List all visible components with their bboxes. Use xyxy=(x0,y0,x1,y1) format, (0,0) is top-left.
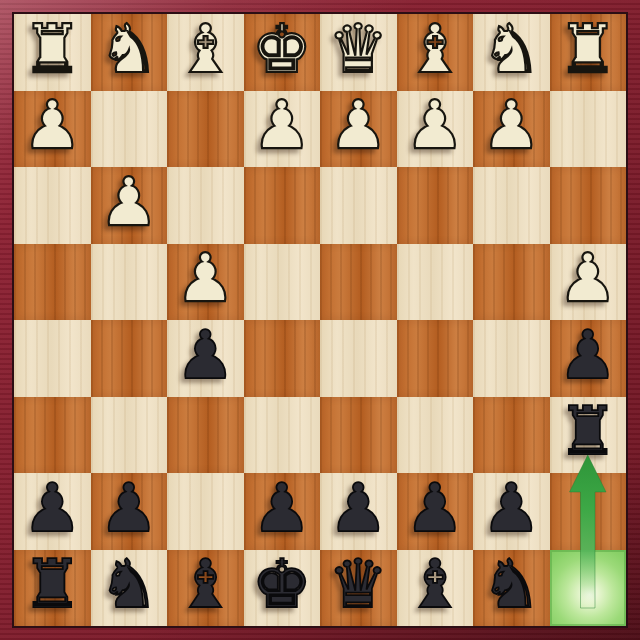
square-b2[interactable]: ♟ xyxy=(473,91,550,168)
square-d8[interactable]: ♛ xyxy=(320,550,397,627)
square-h1[interactable]: ♜ xyxy=(14,14,91,91)
square-a4[interactable]: ♟ xyxy=(550,244,627,321)
piece-white-pawn[interactable]: ♟ xyxy=(99,169,159,236)
piece-white-bishop[interactable]: ♝ xyxy=(175,16,235,83)
piece-white-knight[interactable]: ♞ xyxy=(481,16,541,83)
chess-board: ♜♞♝♚♛♝♞♜♟♟♟♟♟♟♟♟♟♟♜♟♟♟♟♟♟♜♞♝♚♛♝♞ xyxy=(14,14,626,626)
square-d4[interactable] xyxy=(320,244,397,321)
square-b6[interactable] xyxy=(473,397,550,474)
square-b7[interactable]: ♟ xyxy=(473,473,550,550)
square-c6[interactable] xyxy=(397,397,474,474)
square-b4[interactable] xyxy=(473,244,550,321)
square-h4[interactable] xyxy=(14,244,91,321)
piece-white-pawn[interactable]: ♟ xyxy=(481,92,541,159)
square-e1[interactable]: ♚ xyxy=(244,14,321,91)
square-d1[interactable]: ♛ xyxy=(320,14,397,91)
piece-black-pawn[interactable]: ♟ xyxy=(481,475,541,542)
piece-white-bishop[interactable]: ♝ xyxy=(405,16,465,83)
piece-black-rook[interactable]: ♜ xyxy=(558,398,618,465)
square-b5[interactable] xyxy=(473,320,550,397)
square-f5[interactable]: ♟ xyxy=(167,320,244,397)
square-h7[interactable]: ♟ xyxy=(14,473,91,550)
square-e4[interactable] xyxy=(244,244,321,321)
square-g6[interactable] xyxy=(91,397,168,474)
piece-white-rook[interactable]: ♜ xyxy=(22,16,82,83)
piece-black-rook[interactable]: ♜ xyxy=(22,551,82,618)
square-d3[interactable] xyxy=(320,167,397,244)
square-f2[interactable] xyxy=(167,91,244,168)
square-a6[interactable]: ♜ xyxy=(550,397,627,474)
piece-white-pawn[interactable]: ♟ xyxy=(405,92,465,159)
piece-black-knight[interactable]: ♞ xyxy=(481,551,541,618)
square-a3[interactable] xyxy=(550,167,627,244)
piece-white-pawn[interactable]: ♟ xyxy=(175,245,235,312)
square-c2[interactable]: ♟ xyxy=(397,91,474,168)
square-h2[interactable]: ♟ xyxy=(14,91,91,168)
piece-black-queen[interactable]: ♛ xyxy=(328,551,388,618)
square-a7[interactable] xyxy=(550,473,627,550)
square-f3[interactable] xyxy=(167,167,244,244)
square-h8[interactable]: ♜ xyxy=(14,550,91,627)
piece-black-king[interactable]: ♚ xyxy=(252,551,312,618)
square-h3[interactable] xyxy=(14,167,91,244)
piece-black-pawn[interactable]: ♟ xyxy=(22,475,82,542)
square-c3[interactable] xyxy=(397,167,474,244)
square-b8[interactable]: ♞ xyxy=(473,550,550,627)
square-d2[interactable]: ♟ xyxy=(320,91,397,168)
square-a5[interactable]: ♟ xyxy=(550,320,627,397)
piece-black-bishop[interactable]: ♝ xyxy=(175,551,235,618)
square-d6[interactable] xyxy=(320,397,397,474)
piece-white-rook[interactable]: ♜ xyxy=(558,16,618,83)
piece-white-pawn[interactable]: ♟ xyxy=(22,92,82,159)
square-f1[interactable]: ♝ xyxy=(167,14,244,91)
square-e3[interactable] xyxy=(244,167,321,244)
piece-black-pawn[interactable]: ♟ xyxy=(252,475,312,542)
square-d7[interactable]: ♟ xyxy=(320,473,397,550)
chess-app: ♜♞♝♚♛♝♞♜♟♟♟♟♟♟♟♟♟♟♜♟♟♟♟♟♟♜♞♝♚♛♝♞ xyxy=(0,0,640,640)
piece-black-pawn[interactable]: ♟ xyxy=(405,475,465,542)
square-g5[interactable] xyxy=(91,320,168,397)
square-e2[interactable]: ♟ xyxy=(244,91,321,168)
square-f7[interactable] xyxy=(167,473,244,550)
square-f4[interactable]: ♟ xyxy=(167,244,244,321)
square-c4[interactable] xyxy=(397,244,474,321)
square-c7[interactable]: ♟ xyxy=(397,473,474,550)
piece-white-pawn[interactable]: ♟ xyxy=(328,92,388,159)
square-d5[interactable] xyxy=(320,320,397,397)
square-b3[interactable] xyxy=(473,167,550,244)
square-h5[interactable] xyxy=(14,320,91,397)
square-g3[interactable]: ♟ xyxy=(91,167,168,244)
piece-black-pawn[interactable]: ♟ xyxy=(175,322,235,389)
square-a8[interactable] xyxy=(550,550,627,627)
piece-black-pawn[interactable]: ♟ xyxy=(328,475,388,542)
square-b1[interactable]: ♞ xyxy=(473,14,550,91)
piece-black-bishop[interactable]: ♝ xyxy=(405,551,465,618)
square-a2[interactable] xyxy=(550,91,627,168)
piece-black-pawn[interactable]: ♟ xyxy=(558,322,618,389)
square-g4[interactable] xyxy=(91,244,168,321)
piece-white-knight[interactable]: ♞ xyxy=(99,16,159,83)
square-g2[interactable] xyxy=(91,91,168,168)
square-a1[interactable]: ♜ xyxy=(550,14,627,91)
square-c5[interactable] xyxy=(397,320,474,397)
square-c8[interactable]: ♝ xyxy=(397,550,474,627)
piece-white-pawn[interactable]: ♟ xyxy=(252,92,312,159)
square-e8[interactable]: ♚ xyxy=(244,550,321,627)
square-e6[interactable] xyxy=(244,397,321,474)
square-e5[interactable] xyxy=(244,320,321,397)
piece-white-queen[interactable]: ♛ xyxy=(328,16,388,83)
square-f6[interactable] xyxy=(167,397,244,474)
piece-white-pawn[interactable]: ♟ xyxy=(558,245,618,312)
square-g1[interactable]: ♞ xyxy=(91,14,168,91)
piece-black-knight[interactable]: ♞ xyxy=(99,551,159,618)
square-h6[interactable] xyxy=(14,397,91,474)
square-f8[interactable]: ♝ xyxy=(167,550,244,627)
square-c1[interactable]: ♝ xyxy=(397,14,474,91)
piece-black-pawn[interactable]: ♟ xyxy=(99,475,159,542)
square-g7[interactable]: ♟ xyxy=(91,473,168,550)
square-e7[interactable]: ♟ xyxy=(244,473,321,550)
square-g8[interactable]: ♞ xyxy=(91,550,168,627)
piece-white-king[interactable]: ♚ xyxy=(252,16,312,83)
